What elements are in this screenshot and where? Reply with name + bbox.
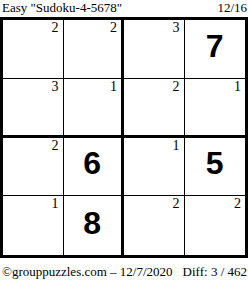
candidate-count: 1 [110,79,117,95]
cell-r2c4: 1 [185,79,246,138]
sudoku-board: 2 2 3 7 3 1 2 1 2 6 1 5 1 8 2 2 [0,17,248,258]
cell-r3c2: 6 [64,138,125,197]
candidate-count: 2 [52,20,59,36]
candidate-count: 3 [173,20,180,36]
copyright-text: ©grouppuzzles.com – 12/7/2020 [2,265,173,279]
cell-r2c1: 3 [3,79,64,138]
candidate-count: 2 [110,20,117,36]
cell-r1c2: 2 [64,20,125,79]
candidate-count: 2 [173,79,180,95]
cell-r3c3: 1 [124,138,185,197]
candidate-count: 1 [234,79,241,95]
cell-r3c4: 5 [185,138,246,197]
difficulty-text: Diff: 3 / 462 [183,265,247,279]
cell-r1c1: 2 [3,20,64,79]
cell-r1c4: 7 [185,20,246,79]
page-number: 12/16 [217,1,247,15]
given-digit: 8 [83,207,101,245]
given-digit: 5 [206,147,224,185]
given-digit: 6 [83,147,101,185]
candidate-count: 1 [52,196,59,212]
given-digit: 7 [206,30,224,68]
puzzle-page: Easy "Sudoku-4-5678" 12/16 2 2 3 7 3 1 2… [0,0,248,282]
candidate-count: 2 [173,196,180,212]
page-header: Easy "Sudoku-4-5678" 12/16 [0,0,248,17]
candidate-count: 2 [52,138,59,154]
cell-r4c1: 1 [3,196,64,255]
candidate-count: 2 [234,196,241,212]
cell-r4c3: 2 [124,196,185,255]
candidate-count: 3 [52,79,59,95]
cell-r3c1: 2 [3,138,64,197]
cell-r4c2: 8 [64,196,125,255]
candidate-count: 1 [173,138,180,154]
page-footer: ©grouppuzzles.com – 12/7/2020 Diff: 3 / … [0,258,248,282]
cell-r2c3: 2 [124,79,185,138]
puzzle-title: Easy "Sudoku-4-5678" [2,1,122,15]
cell-r2c2: 1 [64,79,125,138]
cell-r1c3: 3 [124,20,185,79]
cell-r4c4: 2 [185,196,246,255]
